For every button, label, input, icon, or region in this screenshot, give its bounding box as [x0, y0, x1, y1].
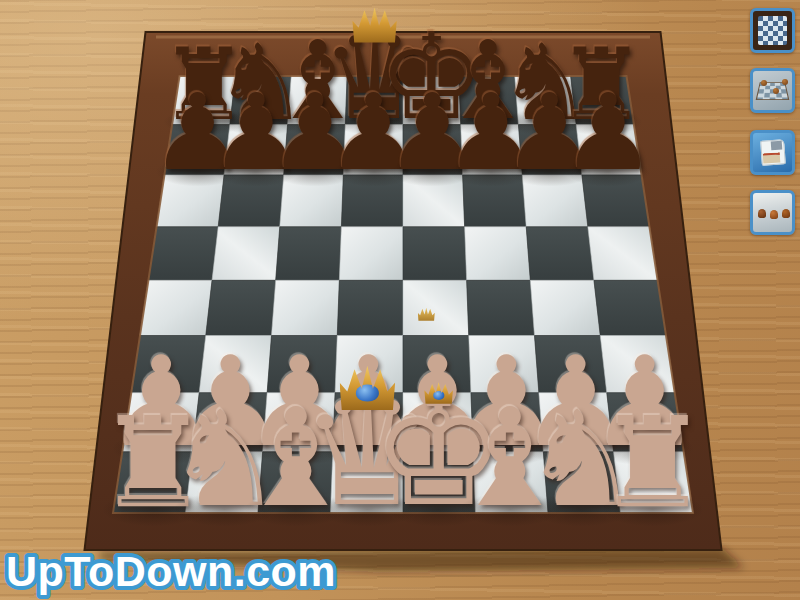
square-b4[interactable]: [206, 280, 276, 335]
square-b5[interactable]: [212, 227, 280, 280]
square-f4[interactable]: [467, 280, 535, 335]
piece-white-rook-h1[interactable]: ♜: [590, 401, 715, 526]
new-game-button[interactable]: [750, 8, 795, 53]
square-g5[interactable]: [526, 227, 594, 280]
setup-position-button[interactable]: [750, 68, 795, 113]
chessboard-icon: [758, 16, 787, 45]
square-g4[interactable]: [530, 280, 600, 335]
square-d5[interactable]: [339, 227, 403, 280]
floppy-label: [763, 152, 781, 163]
captured-pieces-button[interactable]: [750, 190, 795, 235]
save-game-button[interactable]: [750, 130, 795, 175]
square-f5[interactable]: [465, 227, 531, 280]
chess-app-window: ♜♞♝♛♚♝♞♜♟♟♟♟♟♟♟♟♟♟♟♟♟♟♟♟♜♞♝♛♚♝♞♜ UpToDow…: [0, 0, 800, 600]
piece-black-pawn-h7[interactable]: ♟: [556, 80, 662, 186]
piece-dot-icon: [773, 88, 779, 94]
square-h4[interactable]: [594, 280, 666, 335]
square-c5[interactable]: [276, 227, 342, 280]
board-shadow: [100, 548, 744, 572]
floppy-shutter: [771, 141, 783, 151]
square-a4[interactable]: [140, 280, 212, 335]
captured-piece-icon: [770, 210, 778, 219]
piece-dot-icon: [782, 79, 788, 85]
square-a5[interactable]: [148, 227, 218, 280]
square-d4[interactable]: [337, 280, 403, 335]
captured-piece-icon: [758, 209, 766, 218]
piece-dot-icon: [761, 80, 767, 86]
square-e4[interactable]: [403, 280, 469, 335]
square-e5[interactable]: [403, 227, 467, 280]
square-c4[interactable]: [272, 280, 340, 335]
captured-piece-icon: [782, 209, 790, 218]
square-h5[interactable]: [588, 227, 658, 280]
